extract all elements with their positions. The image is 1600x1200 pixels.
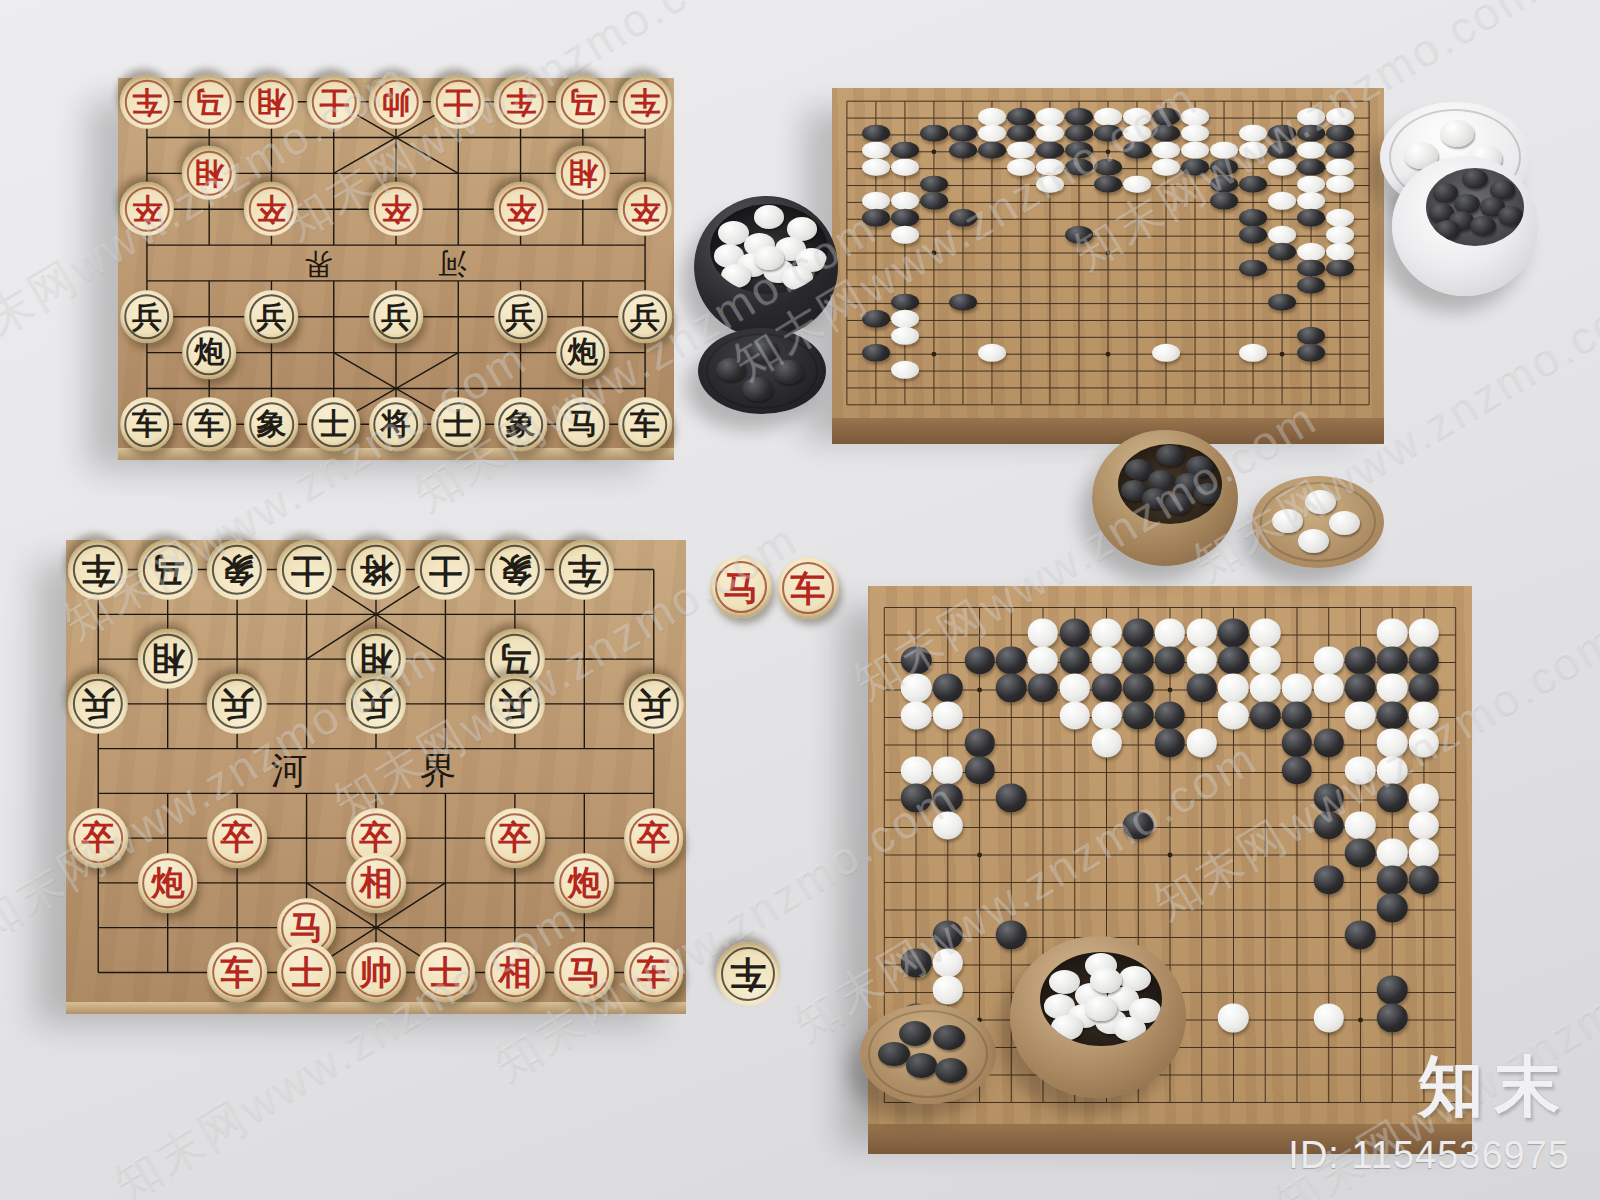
go-stone-black [1152,125,1180,143]
go-stone-white [891,361,919,379]
go-stone-black [1181,158,1209,176]
go-stone-black [1345,838,1375,867]
go-stone-white [1282,673,1312,702]
go-stone-black [1409,646,1439,675]
go-stone-white [1377,838,1407,867]
go-stone-black [1377,1003,1407,1032]
xiangqi-piece-士: 士 [277,943,337,1003]
go-stone-black [1297,344,1325,362]
go-stone-black [1297,277,1325,295]
xiangqi-piece-马: 马 [556,75,610,129]
go-stone-white [1268,226,1296,244]
go-board-top [832,88,1384,418]
xiangqi-piece-车: 车 [182,398,236,452]
go-stone-white [1297,175,1325,193]
go-stone-black [1377,646,1407,675]
go-stone-white [1123,108,1151,126]
go-bowl-lid-wood-upper [1252,476,1384,568]
go-stone-black [935,1058,967,1083]
river-label: 河界 [66,540,686,1002]
go-stone-white [1326,243,1354,261]
xiangqi-piece-士: 士 [431,398,485,452]
go-stone-white [1377,673,1407,702]
go-stone-black [933,783,963,812]
go-stone-black [949,125,977,143]
go-stone-white [862,142,890,160]
go-stone-black [949,209,977,227]
go-stone-black [1065,125,1093,143]
go-stone-white [1091,701,1121,730]
go-stone-black [1297,327,1325,345]
go-stone-white [754,246,785,270]
go-stone-black [862,125,890,143]
go-stone-white [901,673,931,702]
xiangqi-piece-卒: 卒 [68,808,128,868]
go-stone-white [1155,618,1185,647]
go-stone-black [920,192,948,210]
go-stone-white [1272,509,1303,533]
xiangqi-piece-马: 马 [556,398,610,452]
go-stone-black [1060,618,1090,647]
bowl-opening [1040,952,1162,1046]
go-stone-white [1091,618,1121,647]
go-stone-black [901,783,931,812]
go-bowl-white [1392,156,1538,296]
go-stone-white [1326,209,1354,227]
xiangqi-piece-卒: 卒 [485,808,545,868]
go-stone-black [1326,260,1354,278]
go-stone-white [933,948,963,977]
go-stone-black [1065,158,1093,176]
xiangqi-piece-兵: 兵 [618,290,672,344]
xiangqi-piece-车: 车 [68,540,128,600]
xiangqi-piece-车: 车 [120,398,174,452]
go-stone-white [1409,783,1439,812]
go-stone-black [1036,142,1064,160]
go-stone-white [1114,1017,1146,1042]
go-stone-white [978,344,1006,362]
go-stone-black [1313,783,1343,812]
go-stone-white [978,108,1006,126]
go-stone-black [1218,618,1248,647]
go-stone-black [1377,893,1407,922]
go-stone-white [1036,175,1064,193]
go-stone-black [1123,618,1153,647]
go-stone-black [1409,866,1439,895]
bowl-opening [710,204,828,294]
go-stone-white [862,158,890,176]
go-stone-white [1187,728,1217,757]
go-stone-white [1091,728,1121,757]
go-stone-white [1329,511,1360,535]
xiangqi-piece-士: 士 [277,540,337,600]
go-stone-white [1268,192,1296,210]
go-stone-black [862,344,890,362]
go-stone-black [901,646,931,675]
go-stone-black [1239,175,1267,193]
go-stone-black [1060,646,1090,675]
xiangqi-piece-象: 象 [207,540,267,600]
xiangqi-piece-象: 象 [245,398,299,452]
go-stone-black [1065,142,1093,160]
go-stone-white [1345,756,1375,785]
xiangqi-piece-士: 士 [416,943,476,1003]
go-stone-black [1028,673,1058,702]
go-stone-black [1326,142,1354,160]
lid-face [711,338,813,403]
go-stone-white [1123,175,1151,193]
go-stone-black [1152,108,1180,126]
go-stone-white [1239,344,1267,362]
xiangqi-piece-车: 车 [624,943,684,1003]
go-stone-black [933,1025,965,1050]
go-stone-white [1007,142,1035,160]
go-stone-black [1094,158,1122,176]
go-stone-black [1435,220,1460,240]
xiangqi-piece-将: 将 [369,398,423,452]
go-stone-white [1218,701,1248,730]
go-stone-white [1377,618,1407,647]
xiangqi-board-bottom: 河界车马象士将士象车相相马兵兵兵兵兵卒卒卒卒卒炮相炮马车士帅士相马车 [66,540,686,1002]
go-stone-white [1313,673,1343,702]
go-stone-white [1345,701,1375,730]
xiangqi-piece-马: 马 [554,943,614,1003]
go-stone-black [1210,158,1238,176]
go-stone-white [891,192,919,210]
xiangqi-piece-象: 象 [485,540,545,600]
go-stone-white [1345,811,1375,840]
go-stone-black [1345,921,1375,950]
xiangqi-piece-车: 车 [494,75,548,129]
go-stone-white [1028,646,1058,675]
go-stone-white [1060,673,1090,702]
go-stone-black [1409,673,1439,702]
go-stone-black [716,358,747,382]
xiangqi-piece-车: 车 [554,540,614,600]
go-stone-black [899,1021,931,1046]
go-stone-white [1250,618,1280,647]
go-stone-white [891,158,919,176]
go-stone-white [1326,175,1354,193]
go-stone-black [1155,646,1185,675]
go-stone-black [1313,811,1343,840]
xiangqi-piece-士: 士 [431,75,485,129]
go-stone-black [996,921,1026,950]
watermark-logo-block: 知末 ID: 1154536975 [1250,1042,1570,1177]
xiangqi-piece-卒: 卒 [624,808,684,868]
go-stone-black [1377,866,1407,895]
go-stone-white [1250,646,1280,675]
go-stone-black [891,209,919,227]
go-stone-white [862,192,890,210]
xiangqi-board-top: 界河车马相士帅士车马车相相卒卒卒卒卒兵兵兵兵兵炮炮车车象士将士象马车 [118,78,674,448]
go-stone-black [1165,493,1192,514]
go-stone-black [773,360,804,384]
xiangqi-piece-兵: 兵 [624,674,684,734]
go-stone-black [1091,673,1121,702]
go-stone-white [1297,243,1325,261]
go-stone-white [1313,646,1343,675]
bowl-opening [1118,444,1222,524]
go-stone-black [1123,673,1153,702]
go-bowl-wood-upper [1092,430,1238,566]
go-stone-white [933,811,963,840]
go-stone-black [1239,209,1267,227]
go-stone-black [1268,125,1296,143]
go-stone-white [1036,108,1064,126]
go-stone-black [901,948,931,977]
go-bowl-lid-black [698,328,826,414]
go-stone-black [933,921,963,950]
go-stone-white [1028,618,1058,647]
xiangqi-piece-车: 车 [120,75,174,129]
go-stone-white [891,226,919,244]
go-stone-white [1094,108,1122,126]
bowl-opening [1426,168,1524,246]
go-stone-black [1007,108,1035,126]
go-stone-white [1085,996,1117,1021]
xiangqi-piece-卒: 卒 [207,808,267,868]
go-stone-white [1152,158,1180,176]
go-stone-black [749,339,780,363]
go-stone-black [1155,728,1185,757]
go-stone-black [1345,646,1375,675]
xiangqi-piece-帅: 帅 [346,943,406,1003]
go-stone-black [1313,866,1343,895]
xiangqi-piece-象: 象 [494,398,548,452]
go-stone-white [1326,226,1354,244]
go-stone-white [901,701,931,730]
xiangqi-piece-炮: 炮 [554,853,614,913]
go-stone-black [1297,125,1325,143]
go-stone-black [1239,260,1267,278]
go-bowl-wood-lower [1010,936,1186,1098]
go-stone-white [1239,125,1267,143]
go-stone-black [920,175,948,193]
go-stone-white [1181,108,1209,126]
go-stone-black [1313,728,1343,757]
go-stone-white [1181,142,1209,160]
go-stone-white [1409,728,1439,757]
go-stone-white [1091,646,1121,675]
xiangqi-piece-帅: 帅 [369,75,423,129]
go-stone-white [1123,125,1151,143]
go-stone-white [1051,1015,1083,1040]
xiangqi-piece-卒: 卒 [369,182,423,236]
go-stone-black [1094,175,1122,193]
xiangqi-piece-马: 马 [138,540,198,600]
go-stone-white [933,701,963,730]
go-stone-black [1123,142,1151,160]
xiangqi-piece-兵: 兵 [485,674,545,734]
go-stone-white [891,310,919,328]
go-stone-black [978,142,1006,160]
go-stone-white [1326,108,1354,126]
go-stone-black [1250,701,1280,730]
xiangqi-piece-相: 相 [138,629,198,689]
go-stone-black [1194,483,1221,504]
go-stone-white [1440,120,1474,147]
go-stone-black [1218,646,1248,675]
go-stone-black [964,646,994,675]
xiangqi-piece-士: 士 [416,540,476,600]
go-stone-white [754,205,785,229]
go-stone-black [996,673,1026,702]
go-stone-white [1090,968,1122,993]
xiangqi-piece-兵: 兵 [346,674,406,734]
xiangqi-piece-卒: 卒 [120,182,174,236]
go-stone-white [1298,529,1329,553]
go-stone-white [1187,618,1217,647]
lid-face [875,1017,981,1091]
go-stone-black [1326,125,1354,143]
go-stone-black [1462,169,1487,189]
go-stone-black [949,142,977,160]
go-stone-black [1297,260,1325,278]
go-stone-black [949,293,977,311]
asset-id: ID: 1154536975 [1250,1134,1570,1177]
go-stone-black [1282,701,1312,730]
go-stone-black [1123,811,1153,840]
xiangqi-piece-卒: 卒 [494,182,548,236]
go-stone-white [1377,728,1407,757]
go-stone-black [1065,226,1093,244]
go-stone-white [1210,142,1238,160]
go-stone-white [1007,158,1035,176]
go-stone-white [901,756,931,785]
site-logo: 知末 [1250,1042,1570,1132]
go-stone-black [1377,701,1407,730]
xiangqi-piece-士: 士 [307,75,361,129]
go-stone-white [1297,142,1325,160]
go-stone-black [891,293,919,311]
go-stone-black [1123,701,1153,730]
go-stone-white [1313,1003,1343,1032]
go-stone-white [933,756,963,785]
xiangqi-piece-士: 士 [307,398,361,452]
go-stone-black [862,209,890,227]
go-stone-white [1152,142,1180,160]
go-stone-black [964,756,994,785]
go-stone-black [1187,673,1217,702]
go-stone-black [920,125,948,143]
xiangqi-piece-相: 相 [346,853,406,913]
xiangqi-piece-车: 车 [618,398,672,452]
go-stone-white [1297,108,1325,126]
go-stone-black [1065,108,1093,126]
xiangqi-piece-兵: 兵 [369,290,423,344]
go-stone-white [1036,125,1064,143]
go-stone-black [964,728,994,757]
go-stone-white [1218,1003,1248,1032]
xiangqi-piece-炮: 炮 [556,326,610,380]
go-stone-black [1239,226,1267,244]
go-stone-black [1210,192,1238,210]
go-stone-black [1297,158,1325,176]
go-stone-black [1282,756,1312,785]
go-stone-black [1268,293,1296,311]
xiangqi-piece-兵: 兵 [68,674,128,734]
xiangqi-piece-相: 相 [485,943,545,1003]
go-stone-black [1155,701,1185,730]
xiangqi-piece-炮: 炮 [182,326,236,380]
go-stone-white [1239,142,1267,160]
xiangqi-piece-将: 将 [346,540,406,600]
go-stone-white [933,976,963,1005]
go-stone-white [978,125,1006,143]
xiangqi-piece-兵: 兵 [207,674,267,734]
go-stone-black [1470,216,1495,236]
go-stone-white [1060,701,1090,730]
go-bowl-lid-wood-lower [860,1004,996,1104]
go-stone-white [1036,158,1064,176]
xiangqi-piece-兵: 兵 [120,290,174,344]
go-stone-white [1152,344,1180,362]
xiangqi-piece-卒: 卒 [618,182,672,236]
go-stone-black [891,142,919,160]
go-stone-white [1305,490,1336,514]
go-stone-white [1409,618,1439,647]
loose-xiangqi-piece-车: 车 [716,942,780,1006]
go-stone-black [1094,125,1122,143]
go-stone-black [1345,673,1375,702]
go-stone-white [1218,673,1248,702]
go-stone-white [891,327,919,345]
go-stone-black [1498,206,1523,226]
go-stone-white [1326,158,1354,176]
go-stone-black [1156,445,1183,466]
go-stone-white [1181,125,1209,143]
go-stone-white [1297,192,1325,210]
xiangqi-piece-相: 相 [556,147,610,201]
go-stone-white [782,266,813,290]
go-stone-black [1377,783,1407,812]
xiangqi-piece-车: 车 [618,75,672,129]
go-stone-black [1007,125,1035,143]
xiangqi-piece-马: 马 [182,75,236,129]
xiangqi-piece-相: 相 [245,75,299,129]
go-stone-black [1377,976,1407,1005]
lid-face [1267,488,1370,556]
go-stone-black [1210,175,1238,193]
go-stone-black [1268,243,1296,261]
xiangqi-piece-兵: 兵 [245,290,299,344]
go-stone-black [933,673,963,702]
go-stone-black [742,377,773,401]
go-stone-white [1250,673,1280,702]
go-bowl-black [694,196,838,338]
go-stone-black [862,310,890,328]
go-stone-black [906,1053,938,1078]
loose-xiangqi-piece-马: 马 [710,556,772,618]
go-stone-white [1409,811,1439,840]
go-stone-white [1409,838,1439,867]
xiangqi-piece-炮: 炮 [138,853,198,913]
go-stone-black [996,783,1026,812]
go-stone-white [1187,646,1217,675]
go-stone-black [1282,728,1312,757]
loose-xiangqi-piece-车: 车 [777,557,839,619]
go-stone-white [1268,158,1296,176]
xiangqi-piece-兵: 兵 [494,290,548,344]
go-stone-black [1297,209,1325,227]
go-stone-black [996,646,1026,675]
go-stone-white [1409,701,1439,730]
go-stone-black [1268,142,1296,160]
go-stone-white [721,264,752,288]
xiangqi-piece-车: 车 [207,943,267,1003]
go-stone-black [1123,646,1153,675]
